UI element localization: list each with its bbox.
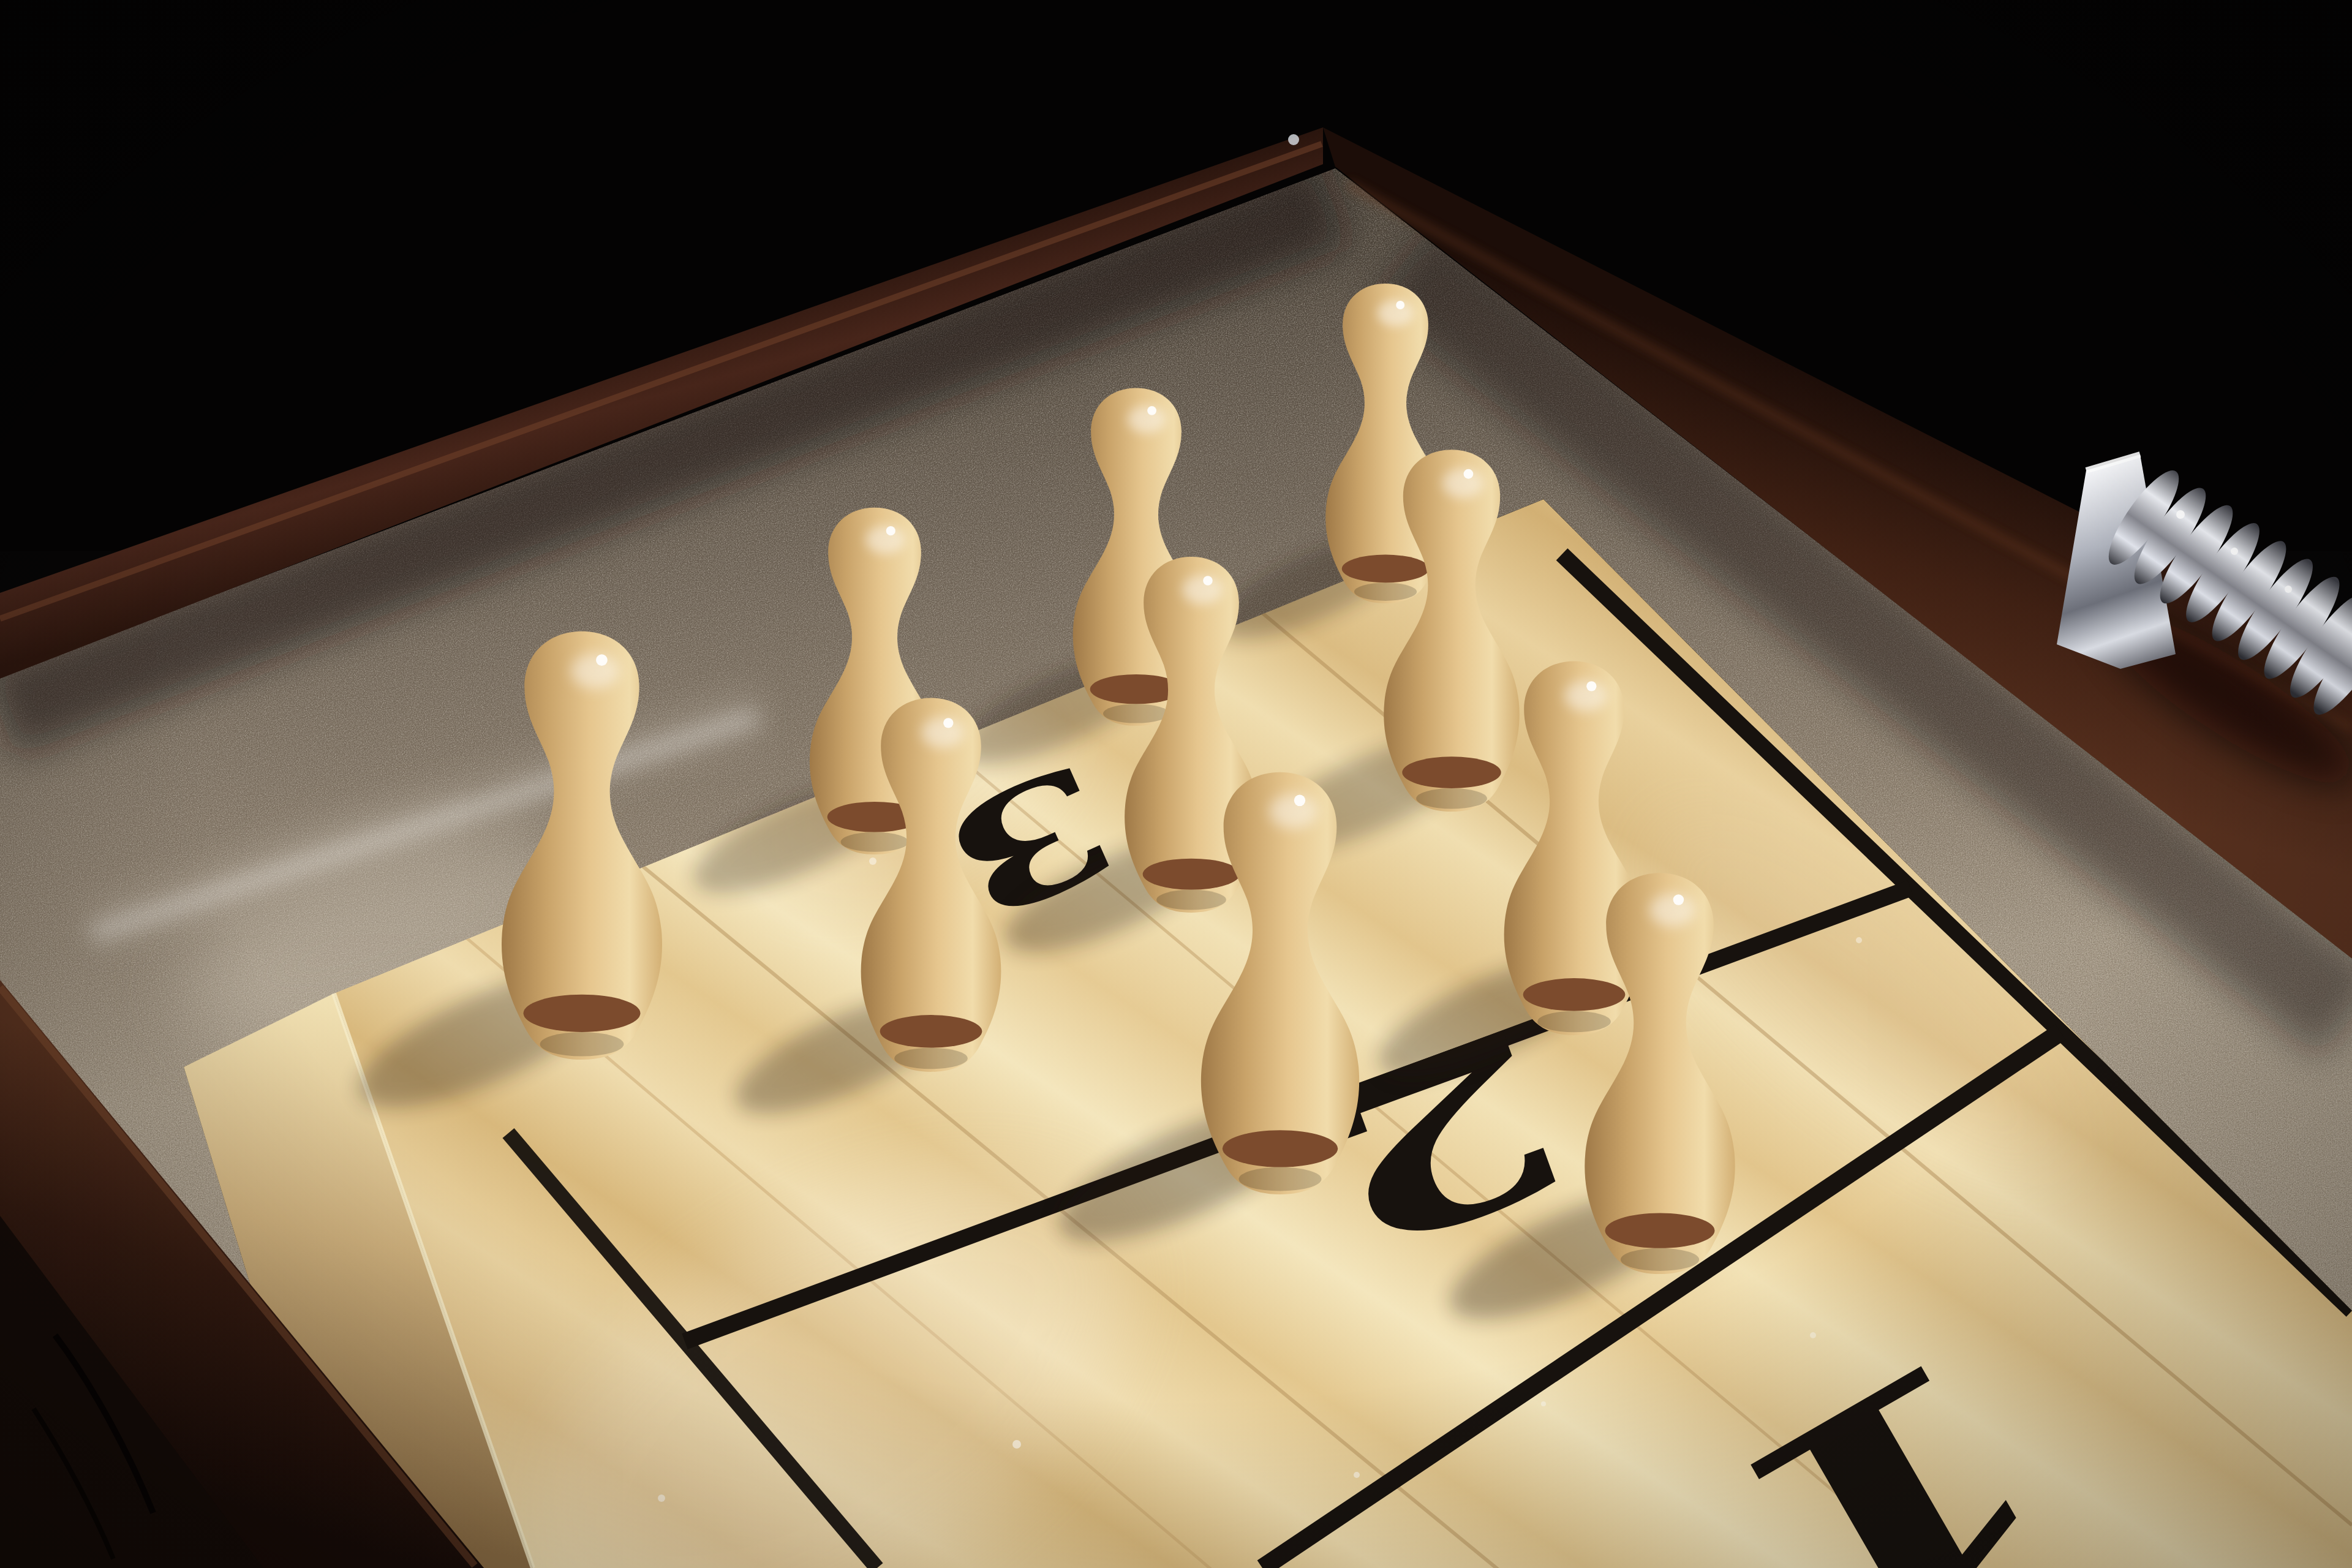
shuffleboard-photo: 3 2 1 bbox=[0, 0, 2352, 1568]
vignette bbox=[0, 0, 2352, 1568]
